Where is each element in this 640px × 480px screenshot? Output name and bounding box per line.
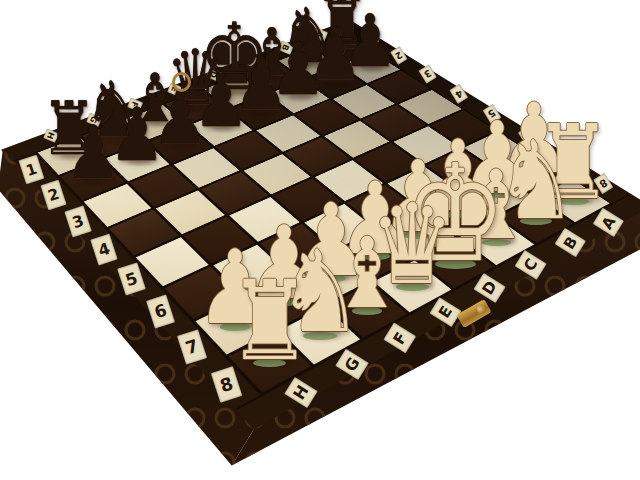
stage: ♜♞♝♚♛♝♞♜♟♟♟♟♟♟♟♟♟♟♟♟♟♟♟♟♜♞♝♚♛♝♞♜11223344… — [0, 0, 640, 480]
piece-black-pawn-h2[interactable]: ♟ — [65, 116, 121, 190]
piece-white-rook-h8[interactable]: ♜ — [228, 266, 312, 376]
brass-hinge-ring-icon — [172, 72, 191, 92]
